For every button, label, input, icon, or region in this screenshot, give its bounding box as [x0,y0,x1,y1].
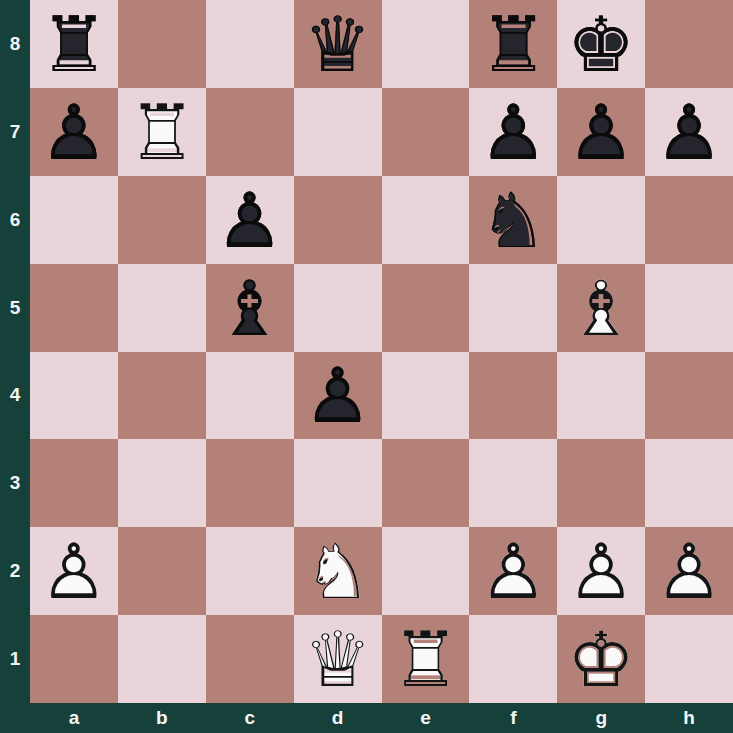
square-c2[interactable] [206,527,294,615]
white-rook[interactable]: ♜♖ [382,615,470,703]
square-c8[interactable] [206,0,294,88]
square-h6[interactable] [645,176,733,264]
square-h1[interactable] [645,615,733,703]
square-f3[interactable] [469,439,557,527]
square-a1[interactable] [30,615,118,703]
rank-label-8: 8 [0,0,30,88]
rank-label-5: 5 [0,264,30,352]
square-h7[interactable]: ♟♙ [645,88,733,176]
square-f1[interactable] [469,615,557,703]
black-rook-outline-glyph: ♖ [30,1,118,89]
black-pawn-outline-glyph: ♙ [645,89,733,177]
white-pawn[interactable]: ♟♙ [645,527,733,615]
square-a2[interactable]: ♟♙ [30,527,118,615]
black-pawn-outline-glyph: ♙ [30,89,118,177]
corner-spacer [0,703,30,733]
black-pawn[interactable]: ♟♙ [294,352,382,440]
white-pawn-outline-glyph: ♙ [557,528,645,616]
square-g8[interactable]: ♚♔ [557,0,645,88]
black-rook-outline-glyph: ♖ [469,1,557,89]
square-a5[interactable] [30,264,118,352]
square-g6[interactable] [557,176,645,264]
file-label-e: e [382,703,470,733]
square-h4[interactable] [645,352,733,440]
white-bishop-outline-glyph: ♗ [557,265,645,353]
square-b3[interactable] [118,439,206,527]
square-d7[interactable] [294,88,382,176]
file-label-g: g [557,703,645,733]
square-g1[interactable]: ♚♔ [557,615,645,703]
chess-app: 87654321 ♜♖♛♕♜♖♚♔♟♙♜♖♟♙♟♙♟♙♟♙♞♘♝♗♝♗♟♙♟♙♞… [0,0,733,733]
square-c7[interactable] [206,88,294,176]
black-pawn[interactable]: ♟♙ [557,88,645,176]
square-b6[interactable] [118,176,206,264]
black-pawn-outline-glyph: ♙ [557,89,645,177]
square-c1[interactable] [206,615,294,703]
square-h3[interactable] [645,439,733,527]
square-e5[interactable] [382,264,470,352]
square-f8[interactable]: ♜♖ [469,0,557,88]
square-h2[interactable]: ♟♙ [645,527,733,615]
black-pawn-outline-glyph: ♙ [206,177,294,265]
rank-label-4: 4 [0,352,30,440]
square-d2[interactable]: ♞♘ [294,527,382,615]
white-pawn-outline-glyph: ♙ [469,528,557,616]
black-bishop-outline-glyph: ♗ [206,265,294,353]
file-label-h: h [645,703,733,733]
square-e3[interactable] [382,439,470,527]
black-knight[interactable]: ♞♘ [469,176,557,264]
square-b8[interactable] [118,0,206,88]
file-labels: abcdefgh [30,703,733,733]
white-bishop[interactable]: ♝♗ [557,264,645,352]
white-king[interactable]: ♚♔ [557,615,645,703]
square-e2[interactable] [382,527,470,615]
square-c6[interactable]: ♟♙ [206,176,294,264]
square-a7[interactable]: ♟♙ [30,88,118,176]
square-g2[interactable]: ♟♙ [557,527,645,615]
square-d1[interactable]: ♛♕ [294,615,382,703]
square-e6[interactable] [382,176,470,264]
rank-label-2: 2 [0,527,30,615]
square-d5[interactable] [294,264,382,352]
square-b5[interactable] [118,264,206,352]
black-queen[interactable]: ♛♕ [294,0,382,88]
black-rook[interactable]: ♜♖ [469,0,557,88]
square-g3[interactable] [557,439,645,527]
white-queen[interactable]: ♛♕ [294,615,382,703]
file-label-c: c [206,703,294,733]
white-pawn[interactable]: ♟♙ [469,527,557,615]
square-c4[interactable] [206,352,294,440]
square-a6[interactable] [30,176,118,264]
black-pawn[interactable]: ♟♙ [30,88,118,176]
square-b4[interactable] [118,352,206,440]
rank-label-1: 1 [0,615,30,703]
white-pawn[interactable]: ♟♙ [557,527,645,615]
white-pawn-outline-glyph: ♙ [30,528,118,616]
file-label-f: f [469,703,557,733]
square-b2[interactable] [118,527,206,615]
white-knight[interactable]: ♞♘ [294,527,382,615]
square-d3[interactable] [294,439,382,527]
square-f6[interactable]: ♞♘ [469,176,557,264]
board-row: 87654321 ♜♖♛♕♜♖♚♔♟♙♜♖♟♙♟♙♟♙♟♙♞♘♝♗♝♗♟♙♟♙♞… [0,0,733,703]
square-d8[interactable]: ♛♕ [294,0,382,88]
black-pawn[interactable]: ♟♙ [469,88,557,176]
black-king[interactable]: ♚♔ [557,0,645,88]
black-pawn-outline-glyph: ♙ [294,353,382,441]
white-knight-outline-glyph: ♘ [294,528,382,616]
rank-labels: 87654321 [0,0,30,703]
rank-label-7: 7 [0,88,30,176]
square-g7[interactable]: ♟♙ [557,88,645,176]
white-king-outline-glyph: ♔ [557,616,645,704]
square-d6[interactable] [294,176,382,264]
square-c3[interactable] [206,439,294,527]
rank-label-6: 6 [0,176,30,264]
square-e8[interactable] [382,0,470,88]
white-queen-outline-glyph: ♕ [294,616,382,704]
square-f7[interactable]: ♟♙ [469,88,557,176]
square-b1[interactable] [118,615,206,703]
square-g5[interactable]: ♝♗ [557,264,645,352]
file-label-d: d [294,703,382,733]
square-b7[interactable]: ♜♖ [118,88,206,176]
square-f5[interactable] [469,264,557,352]
white-rook-outline-glyph: ♖ [118,89,206,177]
black-pawn[interactable]: ♟♙ [645,88,733,176]
black-pawn[interactable]: ♟♙ [206,176,294,264]
file-label-b: b [118,703,206,733]
white-pawn[interactable]: ♟♙ [30,527,118,615]
white-pawn-outline-glyph: ♙ [645,528,733,616]
black-rook[interactable]: ♜♖ [30,0,118,88]
square-h5[interactable] [645,264,733,352]
square-e7[interactable] [382,88,470,176]
square-h8[interactable] [645,0,733,88]
file-labels-bar: abcdefgh [0,703,733,733]
square-f4[interactable] [469,352,557,440]
black-pawn-outline-glyph: ♙ [469,89,557,177]
black-queen-outline-glyph: ♕ [294,1,382,89]
black-king-outline-glyph: ♔ [557,1,645,89]
chess-board: ♜♖♛♕♜♖♚♔♟♙♜♖♟♙♟♙♟♙♟♙♞♘♝♗♝♗♟♙♟♙♞♘♟♙♟♙♟♙♛♕… [30,0,733,703]
square-a8[interactable]: ♜♖ [30,0,118,88]
square-f2[interactable]: ♟♙ [469,527,557,615]
square-a3[interactable] [30,439,118,527]
square-d4[interactable]: ♟♙ [294,352,382,440]
white-rook[interactable]: ♜♖ [118,88,206,176]
square-g4[interactable] [557,352,645,440]
black-knight-outline-glyph: ♘ [469,177,557,265]
square-c5[interactable]: ♝♗ [206,264,294,352]
file-label-a: a [30,703,118,733]
square-a4[interactable] [30,352,118,440]
square-e4[interactable] [382,352,470,440]
rank-label-3: 3 [0,439,30,527]
black-bishop[interactable]: ♝♗ [206,264,294,352]
square-e1[interactable]: ♜♖ [382,615,470,703]
white-rook-outline-glyph: ♖ [382,616,470,704]
